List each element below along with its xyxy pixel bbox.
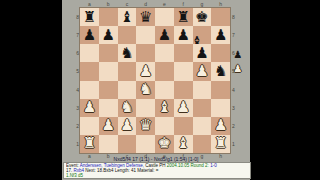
square-h3[interactable] xyxy=(211,99,230,117)
square-e6[interactable] xyxy=(155,44,174,62)
coord-label: 1 xyxy=(71,135,79,153)
piece-black-n: ♞ xyxy=(211,62,230,80)
square-c1[interactable] xyxy=(118,135,137,153)
square-e1[interactable]: ♚ xyxy=(155,135,174,153)
piece-black-p: ♟ xyxy=(99,26,118,44)
piece-white-p: ♟ xyxy=(99,117,118,135)
square-b6[interactable] xyxy=(99,44,118,62)
square-a5[interactable] xyxy=(80,62,99,80)
square-a8[interactable]: ♜ xyxy=(80,8,99,26)
piece-white-p: ♟ xyxy=(80,99,99,117)
captured-material-tray: ♟♟ xyxy=(231,48,245,76)
square-c7[interactable] xyxy=(118,26,137,44)
square-h2[interactable]: ♟ xyxy=(211,117,230,135)
coord-label: 6 xyxy=(71,44,79,62)
coord-label: a xyxy=(80,1,99,7)
piece-black-p: ♟ xyxy=(155,26,174,44)
square-b7[interactable]: ♟ xyxy=(99,26,118,44)
square-d7[interactable] xyxy=(136,26,155,44)
square-d5[interactable]: ♟ xyxy=(136,62,155,80)
coord-label: 1 xyxy=(232,135,240,153)
piece-white-n: ♞ xyxy=(136,81,155,99)
square-c3[interactable]: ♞ xyxy=(118,99,137,117)
square-b2[interactable]: ♟ xyxy=(99,117,118,135)
square-h5[interactable]: ♞ xyxy=(211,62,230,80)
square-h8[interactable] xyxy=(211,8,230,26)
captured-black-pawn: ♟ xyxy=(231,48,245,62)
piece-black-r: ♜ xyxy=(174,8,193,26)
caption-segment: Next: 18.Bxb4 xyxy=(84,168,114,173)
piece-black-p: ♟ xyxy=(80,26,99,44)
coord-label: f xyxy=(174,1,193,7)
square-b3[interactable] xyxy=(99,99,118,117)
square-b4[interactable] xyxy=(99,81,118,99)
square-h7[interactable]: ♟ xyxy=(211,26,230,44)
coord-label: 8 xyxy=(232,8,240,26)
coord-label: 5 xyxy=(71,62,79,80)
coord-label: 3 xyxy=(232,99,240,117)
piece-black-r: ♜ xyxy=(80,8,99,26)
square-g8[interactable]: ♚ xyxy=(193,8,212,26)
square-c2[interactable]: ♟ xyxy=(118,117,137,135)
game-info-box: Event: Anderssen, Tuebingen Defense, Cas… xyxy=(63,162,251,179)
square-f8[interactable]: ♜ xyxy=(174,8,193,26)
square-e5[interactable] xyxy=(155,62,174,80)
rank-labels-right: 87654321 xyxy=(232,8,240,153)
square-e3[interactable]: ♝ xyxy=(155,99,174,117)
square-f7[interactable]: ♟ xyxy=(174,26,193,44)
square-b1[interactable] xyxy=(99,135,118,153)
square-g7[interactable]: ♝ xyxy=(193,26,212,44)
square-e8[interactable] xyxy=(155,8,174,26)
piece-white-n: ♞ xyxy=(118,99,137,117)
square-d4[interactable]: ♞ xyxy=(136,81,155,99)
coord-label: c xyxy=(118,1,137,7)
square-a4[interactable] xyxy=(80,81,99,99)
piece-black-q: ♛ xyxy=(136,8,155,26)
captured-white-pawn: ♟ xyxy=(231,62,245,76)
square-a7[interactable]: ♟ xyxy=(80,26,99,44)
file-labels-top: abcdefgh xyxy=(80,1,230,7)
square-e4[interactable] xyxy=(155,81,174,99)
square-d8[interactable]: ♛ xyxy=(136,8,155,26)
square-h4[interactable] xyxy=(211,81,230,99)
square-c4[interactable] xyxy=(118,81,137,99)
coord-label: 7 xyxy=(232,26,240,44)
piece-black-p: ♟ xyxy=(174,26,193,44)
piece-white-p: ♟ xyxy=(174,99,193,117)
square-f4[interactable] xyxy=(174,81,193,99)
piece-white-p: ♟ xyxy=(136,62,155,80)
piece-white-p: ♟ xyxy=(211,117,230,135)
piece-white-p: ♟ xyxy=(193,62,212,80)
coord-label: 4 xyxy=(232,81,240,99)
rank-labels-left: 87654321 xyxy=(71,8,79,153)
piece-black-k: ♚ xyxy=(193,8,212,26)
square-b8[interactable] xyxy=(99,8,118,26)
piece-white-q: ♛ xyxy=(136,117,155,135)
square-g2[interactable] xyxy=(193,117,212,135)
square-f5[interactable] xyxy=(174,62,193,80)
coord-label: 8 xyxy=(71,8,79,26)
coord-label: b xyxy=(99,1,118,7)
caption-segment: Material: = xyxy=(136,168,158,173)
chess-app-panel: abcdefgh abcdefgh 87654321 87654321 ♜♝♛♜… xyxy=(62,0,250,180)
square-f2[interactable] xyxy=(174,117,193,135)
square-e7[interactable]: ♟ xyxy=(155,26,174,44)
square-g3[interactable] xyxy=(193,99,212,117)
square-d6[interactable] xyxy=(136,44,155,62)
coord-label: 3 xyxy=(71,99,79,117)
piece-black-p: ♟ xyxy=(193,44,212,62)
square-c5[interactable] xyxy=(118,62,137,80)
square-b5[interactable] xyxy=(99,62,118,80)
square-c8[interactable]: ♝ xyxy=(118,8,137,26)
coord-label: d xyxy=(136,1,155,7)
coord-label: 2 xyxy=(232,117,240,135)
caption-segment: 2004.10.05 Round 2: xyxy=(167,163,210,168)
piece-white-r: ♜ xyxy=(80,135,99,153)
square-h1[interactable]: ♜ xyxy=(211,135,230,153)
square-d3[interactable] xyxy=(136,99,155,117)
chess-board[interactable]: ♜♝♛♜♚♟♟♟♟♝♟♞♟♟♟♞♞♟♞♝♟♟♟♛♟♜♚♝♜ xyxy=(80,8,230,153)
coord-label: h xyxy=(211,1,230,7)
square-f6[interactable] xyxy=(174,44,193,62)
coord-label: g xyxy=(193,1,212,7)
piece-white-k: ♚ xyxy=(155,135,174,153)
square-a2[interactable] xyxy=(80,117,99,135)
opening-moves-line: 1.Nf3 d5 xyxy=(66,173,248,178)
piece-white-b: ♝ xyxy=(155,99,174,117)
piece-white-b: ♝ xyxy=(174,135,193,153)
coord-label: e xyxy=(155,1,174,7)
square-g6[interactable]: ♟ xyxy=(193,44,212,62)
square-a3[interactable]: ♟ xyxy=(80,99,99,117)
square-d1[interactable] xyxy=(136,135,155,153)
video-frame: abcdefgh abcdefgh 87654321 87654321 ♜♝♛♜… xyxy=(0,0,320,180)
square-c6[interactable]: ♞ xyxy=(118,44,137,62)
square-e2[interactable] xyxy=(155,117,174,135)
piece-white-p: ♟ xyxy=(118,117,137,135)
square-f3[interactable]: ♟ xyxy=(174,99,193,117)
square-g5[interactable]: ♟ xyxy=(193,62,212,80)
coord-label: 4 xyxy=(71,81,79,99)
square-f1[interactable]: ♝ xyxy=(174,135,193,153)
coord-label: 2 xyxy=(71,117,79,135)
square-a6[interactable] xyxy=(80,44,99,62)
square-a1[interactable]: ♜ xyxy=(80,135,99,153)
square-d2[interactable]: ♛ xyxy=(136,117,155,135)
square-g4[interactable] xyxy=(193,81,212,99)
piece-white-r: ♜ xyxy=(211,135,230,153)
caption-segment: 1-0 xyxy=(210,163,217,168)
square-h6[interactable] xyxy=(211,44,230,62)
square-g1[interactable] xyxy=(193,135,212,153)
piece-black-b: ♝ xyxy=(118,8,137,26)
coord-label: 7 xyxy=(71,26,79,44)
piece-black-n: ♞ xyxy=(118,44,137,62)
caption-segment: 1.Nf3 d5 xyxy=(66,173,83,178)
piece-black-p: ♟ xyxy=(211,26,230,44)
caption-segment: Length: 41 xyxy=(114,168,137,173)
